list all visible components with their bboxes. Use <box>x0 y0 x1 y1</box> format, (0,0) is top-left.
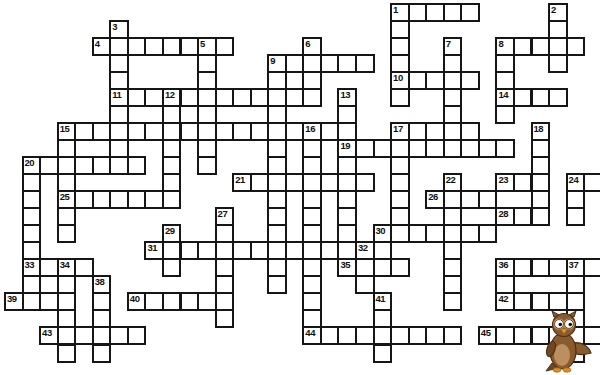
clue-number: 29 <box>165 226 175 236</box>
crossword-cell[interactable] <box>57 344 77 363</box>
crossword-cell[interactable] <box>57 224 77 243</box>
clue-number: 2 <box>551 5 556 15</box>
clue-number: 7 <box>446 39 451 49</box>
crossword-cell[interactable] <box>548 54 568 73</box>
clue-number: 21 <box>235 175 245 185</box>
clue-number: 35 <box>340 260 350 270</box>
clue-number: 11 <box>112 90 121 100</box>
clue-number: 36 <box>498 260 508 270</box>
clue-number: 34 <box>60 260 70 270</box>
clue-number: 25 <box>60 192 70 202</box>
crossword-cell[interactable] <box>443 326 463 345</box>
clue-number: 44 <box>305 328 315 338</box>
crossword-cell[interactable] <box>495 105 515 124</box>
crossword-cell[interactable] <box>478 224 498 243</box>
clue-number: 22 <box>446 175 456 185</box>
clue-number: 20 <box>25 158 35 168</box>
crossword-cell[interactable] <box>355 173 375 192</box>
clue-number: 18 <box>534 124 544 134</box>
clue-number: 3 <box>112 22 117 32</box>
clue-number: 9 <box>270 56 275 66</box>
clue-number: 31 <box>147 243 157 253</box>
crossword-cell[interactable] <box>548 88 568 107</box>
clue-number: 12 <box>165 90 175 100</box>
crossword-cell[interactable] <box>267 275 287 294</box>
clue-number: 45 <box>481 328 491 338</box>
clue-number: 6 <box>305 39 310 49</box>
clue-number: 19 <box>340 141 350 151</box>
clue-number: 24 <box>569 175 579 185</box>
clue-number: 28 <box>498 209 508 219</box>
clue-number: 41 <box>376 294 386 304</box>
clue-number: 13 <box>340 90 350 100</box>
crossword-cell[interactable] <box>162 258 182 277</box>
clue-number: 1 <box>393 5 398 15</box>
crossword-cell[interactable] <box>92 344 112 363</box>
crossword-cell[interactable] <box>355 54 375 73</box>
clue-number: 27 <box>218 209 228 219</box>
crossword-cell[interactable] <box>460 71 480 90</box>
clue-number: 8 <box>498 39 503 49</box>
clue-number: 15 <box>60 124 70 134</box>
crossword-cell[interactable] <box>583 173 600 192</box>
crossword-cell[interactable] <box>373 344 393 363</box>
crossword-cell[interactable] <box>531 207 551 226</box>
crossword-worksheet: 1234567891011121314151617181920212223242… <box>0 0 600 375</box>
clue-number: 23 <box>498 175 508 185</box>
clue-number: 10 <box>393 73 403 83</box>
owl-mascot-icon <box>544 311 592 373</box>
crossword-cell[interactable] <box>215 37 235 56</box>
crossword-cell[interactable] <box>495 139 515 158</box>
clue-number: 39 <box>7 294 17 304</box>
crossword-cell[interactable] <box>302 88 322 107</box>
crossword-cell[interactable] <box>127 326 147 345</box>
clue-number: 33 <box>25 260 35 270</box>
clue-number: 16 <box>305 124 315 134</box>
clue-number: 14 <box>498 90 508 100</box>
clue-number: 4 <box>95 39 100 49</box>
clue-number: 17 <box>393 124 403 134</box>
clue-number: 37 <box>569 260 579 270</box>
crossword-cell[interactable] <box>390 258 410 277</box>
crossword-cell[interactable] <box>583 258 600 277</box>
crossword-cell[interactable] <box>390 88 410 107</box>
crossword-cell[interactable] <box>197 156 217 175</box>
clue-number: 38 <box>95 277 105 287</box>
clue-number: 32 <box>358 243 368 253</box>
crossword-cell[interactable] <box>566 207 586 226</box>
crossword-cell[interactable] <box>162 190 182 209</box>
crossword-cell[interactable] <box>460 3 480 22</box>
crossword-cell[interactable] <box>443 292 463 311</box>
clue-number: 40 <box>130 294 140 304</box>
clue-number: 30 <box>376 226 386 236</box>
crossword-cell[interactable] <box>127 156 147 175</box>
crossword-cell[interactable] <box>215 309 235 328</box>
clue-number: 43 <box>42 328 52 338</box>
crossword-cell[interactable] <box>566 37 586 56</box>
clue-number: 42 <box>498 294 508 304</box>
clue-number: 5 <box>200 39 205 49</box>
clue-number: 26 <box>428 192 438 202</box>
